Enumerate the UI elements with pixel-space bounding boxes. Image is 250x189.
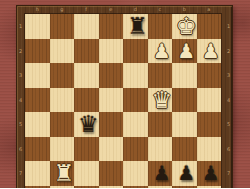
square-d2[interactable] (123, 39, 148, 64)
file-label-top-b: b (179, 7, 189, 12)
square-f8[interactable] (74, 186, 99, 189)
square-a4[interactable] (197, 88, 222, 113)
black-pawn-c7[interactable]: ♟ (150, 161, 175, 186)
square-b5[interactable] (172, 112, 197, 137)
file-label-top-e: e (106, 7, 116, 12)
square-a1[interactable] (197, 14, 222, 39)
rank-label-left-6: 6 (16, 147, 26, 152)
square-f1[interactable] (74, 14, 99, 39)
square-c3[interactable] (148, 63, 173, 88)
square-e8[interactable] (99, 186, 124, 189)
rank-label-left-3: 3 (16, 73, 26, 78)
square-e4[interactable] (99, 88, 124, 113)
square-e7[interactable] (99, 161, 124, 186)
white-pawn-b2[interactable]: ♟ (174, 39, 199, 64)
file-label-top-f: f (81, 7, 91, 12)
square-d8[interactable] (123, 186, 148, 189)
rank-label-left-5: 5 (16, 122, 26, 127)
black-pawn-a7[interactable]: ♟ (199, 161, 224, 186)
square-e2[interactable] (99, 39, 124, 64)
square-f3[interactable] (74, 63, 99, 88)
square-d6[interactable] (123, 137, 148, 162)
square-c5[interactable] (148, 112, 173, 137)
rank-label-right-6: 6 (224, 147, 234, 152)
rank-label-right-4: 4 (224, 98, 234, 103)
white-pawn-a2[interactable]: ♟ (199, 39, 224, 64)
rank-label-left-7: 7 (16, 171, 26, 176)
rank-label-right-5: 5 (224, 122, 234, 127)
square-c1[interactable] (148, 14, 173, 39)
file-label-top-d: d (130, 7, 140, 12)
file-label-top-c: c (155, 7, 165, 12)
square-e1[interactable] (99, 14, 124, 39)
square-g6[interactable] (50, 137, 75, 162)
square-g3[interactable] (50, 63, 75, 88)
square-h8[interactable] (25, 186, 50, 189)
white-rook-g7[interactable]: ♜ (52, 161, 77, 186)
square-d7[interactable] (123, 161, 148, 186)
black-queen-f5[interactable]: ♛ (76, 112, 101, 137)
square-h2[interactable] (25, 39, 50, 64)
square-c6[interactable] (148, 137, 173, 162)
square-f4[interactable] (74, 88, 99, 113)
rank-label-left-2: 2 (16, 49, 26, 54)
square-h6[interactable] (25, 137, 50, 162)
white-pawn-c2[interactable]: ♟ (150, 39, 175, 64)
square-f7[interactable] (74, 161, 99, 186)
square-g1[interactable] (50, 14, 75, 39)
square-f6[interactable] (74, 137, 99, 162)
square-b4[interactable] (172, 88, 197, 113)
square-f2[interactable] (74, 39, 99, 64)
square-d3[interactable] (123, 63, 148, 88)
square-h4[interactable] (25, 88, 50, 113)
rank-label-right-2: 2 (224, 49, 234, 54)
square-g5[interactable] (50, 112, 75, 137)
rank-label-right-3: 3 (224, 73, 234, 78)
square-e5[interactable] (99, 112, 124, 137)
square-b3[interactable] (172, 63, 197, 88)
file-label-top-g: g (57, 7, 67, 12)
square-d4[interactable] (123, 88, 148, 113)
square-c8[interactable] (148, 186, 173, 189)
square-h5[interactable] (25, 112, 50, 137)
rank-label-right-7: 7 (224, 171, 234, 176)
square-h7[interactable] (25, 161, 50, 186)
white-king-b1[interactable]: ♚ (174, 14, 199, 39)
chessboard[interactable]: ♜♚♟♟♟♛♛♜♟♟♟ (25, 14, 221, 188)
square-a3[interactable] (197, 63, 222, 88)
square-a8[interactable] (197, 186, 222, 189)
square-g4[interactable] (50, 88, 75, 113)
black-rook-d1[interactable]: ♜ (125, 14, 150, 39)
rank-label-left-1: 1 (16, 24, 26, 29)
rank-label-left-4: 4 (16, 98, 26, 103)
square-h3[interactable] (25, 63, 50, 88)
black-pawn-b7[interactable]: ♟ (174, 161, 199, 186)
square-d5[interactable] (123, 112, 148, 137)
square-a6[interactable] (197, 137, 222, 162)
square-b8[interactable] (172, 186, 197, 189)
square-a5[interactable] (197, 112, 222, 137)
square-h1[interactable] (25, 14, 50, 39)
square-g2[interactable] (50, 39, 75, 64)
square-b6[interactable] (172, 137, 197, 162)
square-e6[interactable] (99, 137, 124, 162)
chess-diagram: ♜♚♟♟♟♛♛♜♟♟♟ hgfedcba12345671234567 (0, 0, 250, 188)
rank-label-right-1: 1 (224, 24, 234, 29)
file-label-top-h: h (32, 7, 42, 12)
white-queen-c4[interactable]: ♛ (150, 88, 175, 113)
square-e3[interactable] (99, 63, 124, 88)
file-label-top-a: a (204, 7, 214, 12)
